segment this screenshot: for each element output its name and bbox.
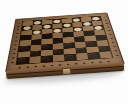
dark-checker: ● [86,41,96,47]
light-checker: ● [73,26,82,31]
light-checker: ● [82,21,91,26]
dark-checker: ● [65,54,75,61]
dark-checker: ● [53,49,63,55]
light-checker: ● [43,24,51,29]
light-checker: ● [53,28,62,33]
light-checker: ● [32,29,41,34]
checkers-board-grid: ●●●●●●●●●●●●●●●●●●●●●●●● [16,16,114,65]
light-checker: ● [93,25,103,30]
dark-checker: ● [42,55,52,62]
dark-checker: ● [30,50,40,56]
light-checker: ● [23,25,32,30]
square [52,55,64,62]
square: ● [17,57,30,64]
dark-checker: ● [98,46,109,52]
metal-latch [61,67,70,75]
dark-checker: ● [88,52,99,59]
square: ● [87,52,100,59]
light-checker: ● [91,16,100,21]
dark-checker: ● [76,47,86,53]
light-checker: ● [72,18,81,23]
square: ● [64,54,76,61]
square: ● [41,55,53,62]
light-checker: ● [63,23,72,28]
dark-checker: ● [18,57,28,64]
product-photo-checkers-set[interactable]: ●●●●●●●●●●●●●●●●●●●●●●●● [0,0,128,103]
dark-checker: ● [20,45,30,51]
light-checker: ● [53,19,61,24]
dark-checker: ● [64,42,74,48]
light-checker: ● [33,20,41,25]
square [29,56,41,63]
square [99,51,112,58]
dark-checker: ● [42,44,51,50]
